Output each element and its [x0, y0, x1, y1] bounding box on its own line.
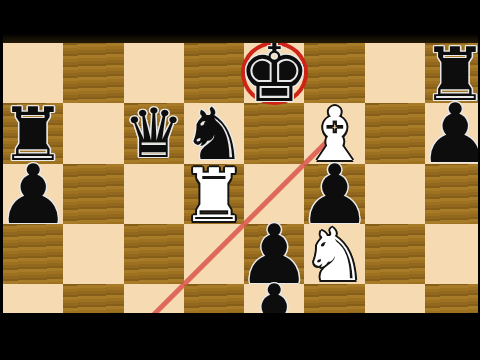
- square-d6[interactable]: ♜: [184, 164, 244, 224]
- square-a4[interactable]: [3, 284, 63, 313]
- square-g6[interactable]: [365, 164, 425, 224]
- square-g5[interactable]: [365, 224, 425, 284]
- square-b5[interactable]: [63, 224, 123, 284]
- chess-board-clip: ♚♜♜♛♞♝♟♟♜♟♟♞♟: [3, 43, 478, 313]
- square-h5[interactable]: [425, 224, 478, 284]
- letterbox-bottom: [0, 313, 480, 360]
- chess-board: ♚♜♜♛♞♝♟♟♜♟♟♞♟: [3, 43, 478, 313]
- square-b4[interactable]: [63, 284, 123, 313]
- square-b7[interactable]: [63, 103, 123, 163]
- square-a6[interactable]: ♟: [3, 164, 63, 224]
- square-b6[interactable]: [63, 164, 123, 224]
- black-king-e8-icon: ♚: [238, 43, 310, 114]
- square-c7[interactable]: ♛: [124, 103, 184, 163]
- square-h7[interactable]: ♟: [425, 103, 478, 163]
- letterbox-left: [0, 0, 3, 360]
- black-pawn-a6-icon: ♟: [3, 154, 70, 236]
- black-pawn-h7-icon: ♟: [418, 93, 478, 175]
- video-frame: ♚♜♜♛♞♝♟♟♜♟♟♞♟: [0, 0, 480, 360]
- square-e8[interactable]: ♚: [244, 43, 304, 103]
- square-e4[interactable]: ♟: [244, 284, 304, 313]
- square-f5[interactable]: ♞: [304, 224, 364, 284]
- square-b8[interactable]: [63, 43, 123, 103]
- black-queen-c7-icon: ♛: [123, 100, 184, 168]
- square-h4[interactable]: [425, 284, 478, 313]
- square-g4[interactable]: [365, 284, 425, 313]
- square-g8[interactable]: [365, 43, 425, 103]
- square-c5[interactable]: [124, 224, 184, 284]
- black-pawn-e4-icon: ♟: [238, 274, 312, 313]
- white-knight-f5-icon: ♞: [302, 219, 367, 291]
- letterbox-top: [0, 0, 480, 43]
- square-g7[interactable]: [365, 103, 425, 163]
- square-d4[interactable]: [184, 284, 244, 313]
